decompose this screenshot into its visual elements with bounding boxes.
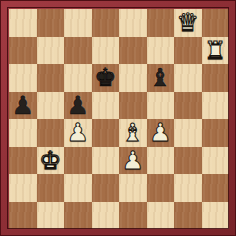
square-a2[interactable] bbox=[9, 174, 37, 202]
square-d4[interactable] bbox=[92, 119, 120, 147]
square-c8[interactable] bbox=[64, 9, 92, 37]
piece-white-queen[interactable]: ♛ bbox=[177, 10, 199, 35]
square-a1[interactable] bbox=[9, 202, 37, 230]
piece-white-rook[interactable]: ♜ bbox=[204, 38, 226, 63]
square-c1[interactable] bbox=[64, 202, 92, 230]
board-frame: ♛♜♚♝♟♟♟♝♟♚♟ bbox=[0, 0, 236, 236]
piece-black-king[interactable]: ♚ bbox=[94, 65, 116, 90]
square-c4[interactable]: ♟ bbox=[64, 119, 92, 147]
square-b8[interactable] bbox=[37, 9, 65, 37]
square-c6[interactable] bbox=[64, 64, 92, 92]
square-g5[interactable] bbox=[174, 92, 202, 120]
chess-board[interactable]: ♛♜♚♝♟♟♟♝♟♚♟ bbox=[9, 9, 229, 229]
square-e2[interactable] bbox=[119, 174, 147, 202]
square-e7[interactable] bbox=[119, 37, 147, 65]
piece-black-bishop[interactable]: ♝ bbox=[149, 65, 171, 90]
square-a4[interactable] bbox=[9, 119, 37, 147]
square-f6[interactable]: ♝ bbox=[147, 64, 175, 92]
square-d3[interactable] bbox=[92, 147, 120, 175]
square-a5[interactable]: ♟ bbox=[9, 92, 37, 120]
square-e1[interactable] bbox=[119, 202, 147, 230]
square-b5[interactable] bbox=[37, 92, 65, 120]
square-a8[interactable] bbox=[9, 9, 37, 37]
square-f1[interactable] bbox=[147, 202, 175, 230]
square-h3[interactable] bbox=[202, 147, 230, 175]
square-b2[interactable] bbox=[37, 174, 65, 202]
square-h8[interactable] bbox=[202, 9, 230, 37]
square-f5[interactable] bbox=[147, 92, 175, 120]
square-g8[interactable]: ♛ bbox=[174, 9, 202, 37]
square-h5[interactable] bbox=[202, 92, 230, 120]
square-f2[interactable] bbox=[147, 174, 175, 202]
square-e3[interactable]: ♟ bbox=[119, 147, 147, 175]
square-h7[interactable]: ♜ bbox=[202, 37, 230, 65]
square-c2[interactable] bbox=[64, 174, 92, 202]
square-d2[interactable] bbox=[92, 174, 120, 202]
square-g2[interactable] bbox=[174, 174, 202, 202]
piece-white-pawn[interactable]: ♟ bbox=[67, 120, 89, 145]
square-a6[interactable] bbox=[9, 64, 37, 92]
square-g7[interactable] bbox=[174, 37, 202, 65]
square-b4[interactable] bbox=[37, 119, 65, 147]
square-h6[interactable] bbox=[202, 64, 230, 92]
square-g1[interactable] bbox=[174, 202, 202, 230]
square-f8[interactable] bbox=[147, 9, 175, 37]
square-d7[interactable] bbox=[92, 37, 120, 65]
piece-white-bishop[interactable]: ♝ bbox=[122, 120, 144, 145]
square-e6[interactable] bbox=[119, 64, 147, 92]
piece-white-pawn[interactable]: ♟ bbox=[122, 148, 144, 173]
square-f7[interactable] bbox=[147, 37, 175, 65]
piece-white-king[interactable]: ♚ bbox=[39, 148, 61, 173]
piece-black-pawn[interactable]: ♟ bbox=[12, 93, 34, 118]
square-b7[interactable] bbox=[37, 37, 65, 65]
square-c7[interactable] bbox=[64, 37, 92, 65]
square-c3[interactable] bbox=[64, 147, 92, 175]
square-a3[interactable] bbox=[9, 147, 37, 175]
square-f4[interactable]: ♟ bbox=[147, 119, 175, 147]
square-e8[interactable] bbox=[119, 9, 147, 37]
square-b3[interactable]: ♚ bbox=[37, 147, 65, 175]
square-d8[interactable] bbox=[92, 9, 120, 37]
square-h1[interactable] bbox=[202, 202, 230, 230]
square-g4[interactable] bbox=[174, 119, 202, 147]
square-e5[interactable] bbox=[119, 92, 147, 120]
square-g6[interactable] bbox=[174, 64, 202, 92]
square-d5[interactable] bbox=[92, 92, 120, 120]
square-h2[interactable] bbox=[202, 174, 230, 202]
square-a7[interactable] bbox=[9, 37, 37, 65]
square-d6[interactable]: ♚ bbox=[92, 64, 120, 92]
square-d1[interactable] bbox=[92, 202, 120, 230]
square-c5[interactable]: ♟ bbox=[64, 92, 92, 120]
piece-black-pawn[interactable]: ♟ bbox=[67, 93, 89, 118]
square-g3[interactable] bbox=[174, 147, 202, 175]
square-b6[interactable] bbox=[37, 64, 65, 92]
square-h4[interactable] bbox=[202, 119, 230, 147]
square-f3[interactable] bbox=[147, 147, 175, 175]
square-e4[interactable]: ♝ bbox=[119, 119, 147, 147]
piece-white-pawn[interactable]: ♟ bbox=[149, 120, 171, 145]
square-b1[interactable] bbox=[37, 202, 65, 230]
